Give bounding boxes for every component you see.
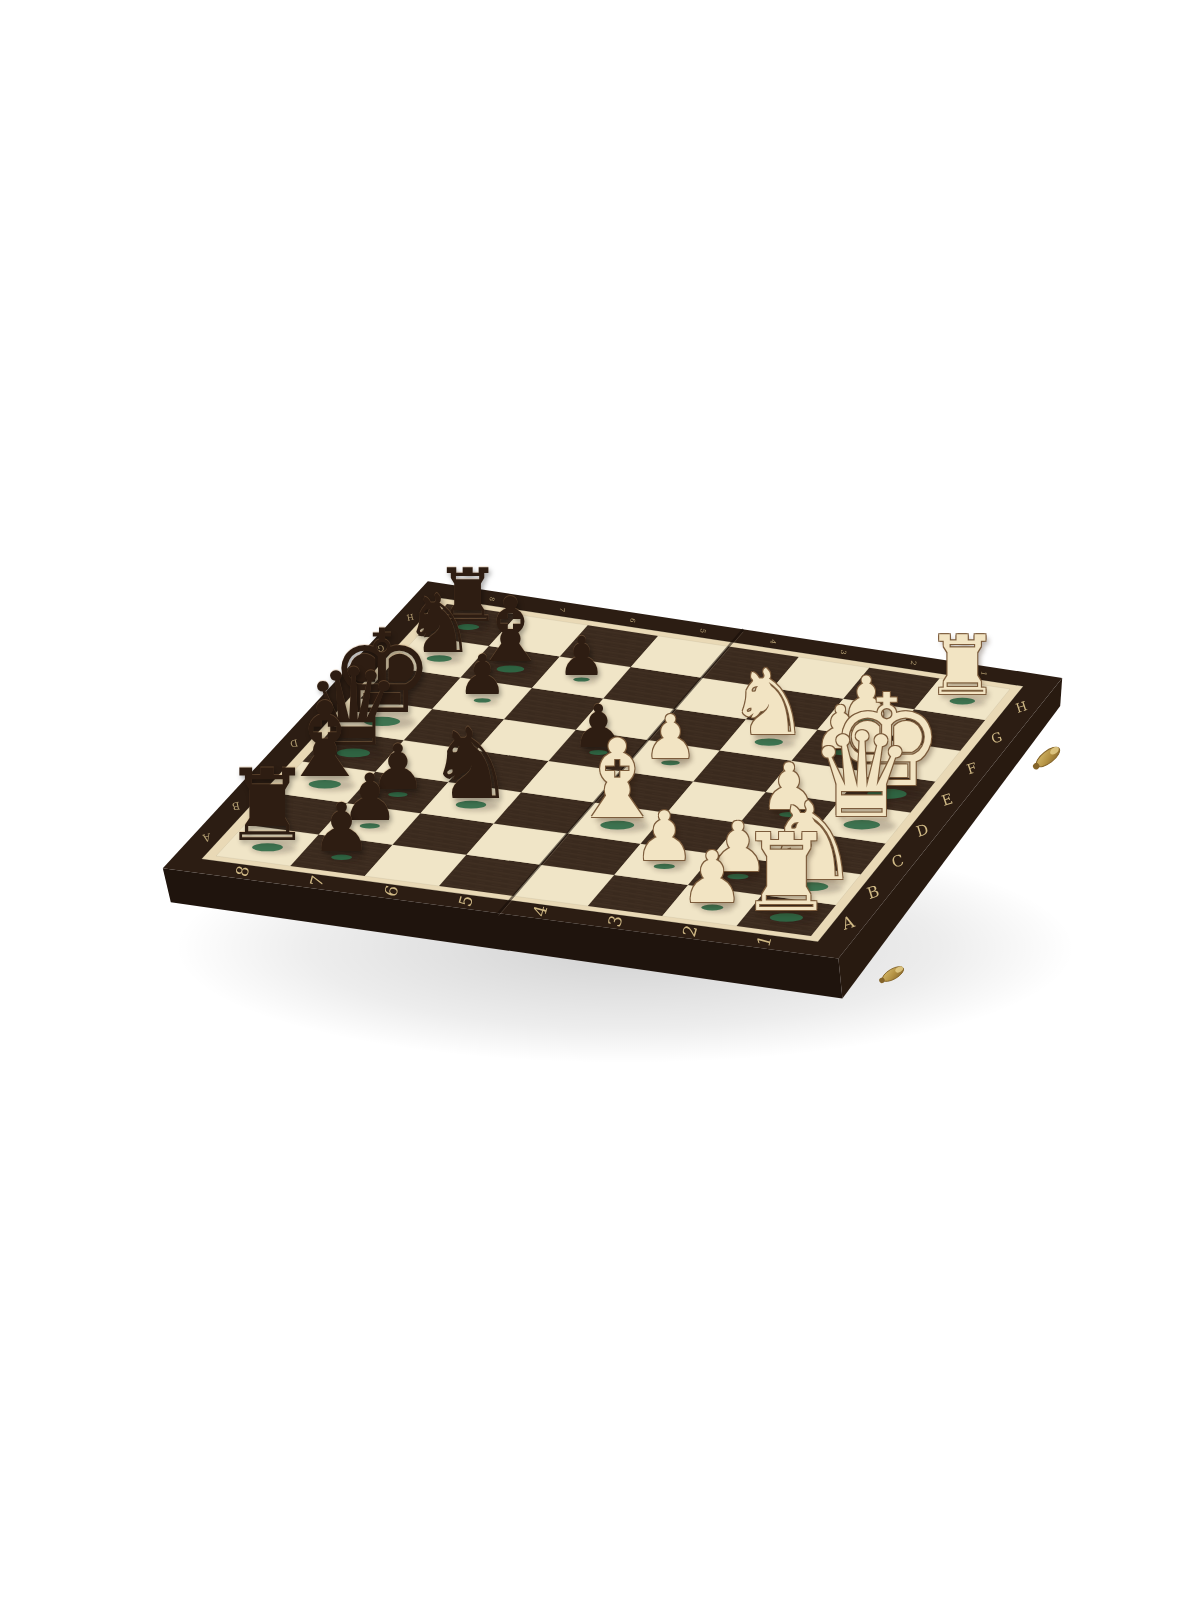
- product-photo-scene: 87654321ABCDEFGHABCDEFGH87654321 ♜♞♝♟♟♜♚…: [0, 0, 1200, 1600]
- piece-black-pawn-f7[interactable]: ♟: [457, 649, 507, 704]
- piece-black-pawn-a7[interactable]: ♟: [311, 795, 372, 863]
- piece-black-knight-c6[interactable]: ♞: [427, 714, 515, 812]
- piece-white-knight-f3[interactable]: ♞: [728, 658, 809, 749]
- brass-clasp-right: [1030, 744, 1063, 773]
- piece-white-rook-a1[interactable]: ♜: [738, 819, 834, 926]
- piece-black-rook-a8[interactable]: ♜: [223, 756, 312, 855]
- piece-white-pawn-a2[interactable]: ♟: [680, 841, 744, 912]
- piece-black-pawn-g6[interactable]: ♟: [557, 629, 605, 683]
